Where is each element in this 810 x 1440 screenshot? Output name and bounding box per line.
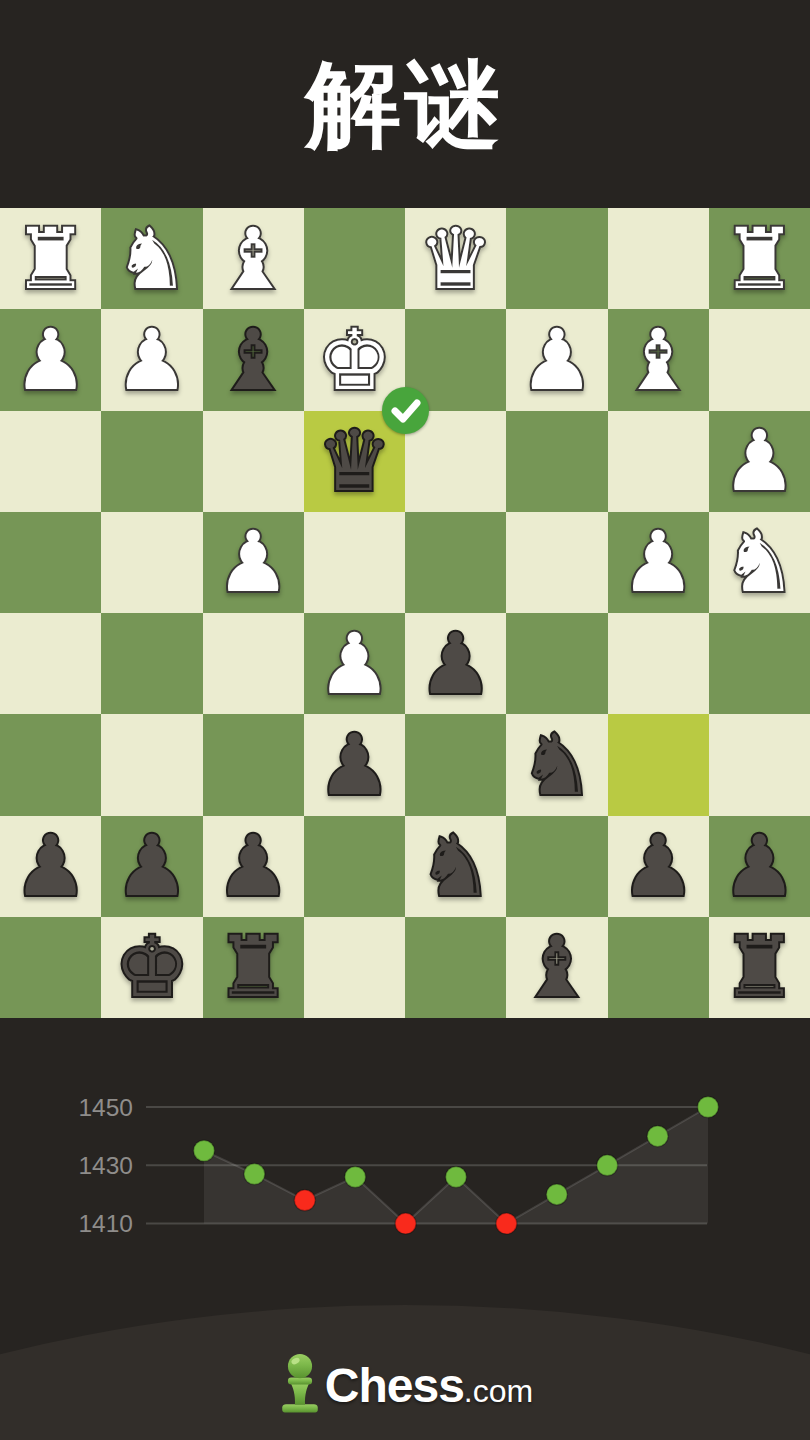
square-h5[interactable] [0, 613, 101, 714]
square-h4[interactable] [0, 512, 101, 613]
rating-dot-loss [496, 1213, 517, 1234]
square-a7[interactable]: ♟ [709, 816, 810, 917]
chesscom-logo: Chess.com [0, 1336, 810, 1426]
puzzle-rating-chart: 145014301410 [0, 1018, 810, 1308]
square-a1[interactable]: ♜ [709, 208, 810, 309]
square-b1[interactable] [608, 208, 709, 309]
rating-dot-loss [395, 1213, 416, 1234]
square-f1[interactable]: ♝ [203, 208, 304, 309]
chesscom-pawn-icon [277, 1349, 323, 1415]
square-c1[interactable] [506, 208, 607, 309]
square-b8[interactable] [608, 917, 709, 1018]
square-e5[interactable]: ♟ [304, 613, 405, 714]
square-e7[interactable] [304, 816, 405, 917]
square-h1[interactable]: ♜ [0, 208, 101, 309]
square-e1[interactable] [304, 208, 405, 309]
square-a2[interactable] [709, 309, 810, 410]
piece-white-pawn[interactable]: ♟ [506, 309, 607, 410]
square-h6[interactable] [0, 714, 101, 815]
square-b6[interactable] [608, 714, 709, 815]
square-f4[interactable]: ♟ [203, 512, 304, 613]
square-c2[interactable]: ♟ [506, 309, 607, 410]
brand-name: Chess [325, 1358, 464, 1413]
square-d7[interactable]: ♞ [405, 816, 506, 917]
square-a8[interactable]: ♜ [709, 917, 810, 1018]
square-h2[interactable]: ♟ [0, 309, 101, 410]
piece-white-knight[interactable]: ♞ [709, 512, 810, 613]
square-g4[interactable] [101, 512, 202, 613]
piece-black-pawn[interactable]: ♟ [405, 613, 506, 714]
square-f2[interactable]: ♝ [203, 309, 304, 410]
piece-black-pawn[interactable]: ♟ [203, 816, 304, 917]
square-f5[interactable] [203, 613, 304, 714]
piece-black-knight[interactable]: ♞ [506, 714, 607, 815]
square-b7[interactable]: ♟ [608, 816, 709, 917]
square-c7[interactable] [506, 816, 607, 917]
square-c8[interactable]: ♝ [506, 917, 607, 1018]
square-a4[interactable]: ♞ [709, 512, 810, 613]
rating-dot-win [647, 1126, 668, 1147]
square-f7[interactable]: ♟ [203, 816, 304, 917]
piece-white-pawn[interactable]: ♟ [203, 512, 304, 613]
rating-dot-win [244, 1164, 265, 1185]
rating-tick-label: 1410 [78, 1210, 133, 1237]
rating-dot-win [194, 1140, 215, 1161]
rating-tick-label: 1450 [78, 1094, 133, 1121]
square-b4[interactable]: ♟ [608, 512, 709, 613]
piece-black-knight[interactable]: ♞ [405, 816, 506, 917]
piece-white-pawn[interactable]: ♟ [101, 309, 202, 410]
correct-move-badge [382, 387, 429, 434]
square-f3[interactable] [203, 411, 304, 512]
rating-dot-win [446, 1166, 467, 1187]
square-c3[interactable] [506, 411, 607, 512]
piece-black-bishop[interactable]: ♝ [506, 917, 607, 1018]
square-b3[interactable] [608, 411, 709, 512]
square-c5[interactable] [506, 613, 607, 714]
square-h3[interactable] [0, 411, 101, 512]
square-d1[interactable]: ♛ [405, 208, 506, 309]
square-e8[interactable] [304, 917, 405, 1018]
rating-dot-win [597, 1155, 618, 1176]
piece-black-rook[interactable]: ♜ [203, 917, 304, 1018]
square-d6[interactable] [405, 714, 506, 815]
piece-black-pawn[interactable]: ♟ [608, 816, 709, 917]
rating-dot-loss [294, 1190, 315, 1211]
piece-black-rook[interactable]: ♜ [709, 917, 810, 1018]
piece-white-pawn[interactable]: ♟ [304, 613, 405, 714]
header: 解谜 [0, 0, 810, 208]
piece-black-king[interactable]: ♚ [101, 917, 202, 1018]
piece-black-bishop[interactable]: ♝ [203, 309, 304, 410]
square-g6[interactable] [101, 714, 202, 815]
square-g1[interactable]: ♞ [101, 208, 202, 309]
piece-black-pawn[interactable]: ♟ [0, 816, 101, 917]
rating-dot-win [345, 1166, 366, 1187]
square-a6[interactable] [709, 714, 810, 815]
square-c4[interactable] [506, 512, 607, 613]
square-e4[interactable] [304, 512, 405, 613]
square-g3[interactable] [101, 411, 202, 512]
piece-white-pawn[interactable]: ♟ [608, 512, 709, 613]
square-d8[interactable] [405, 917, 506, 1018]
square-d5[interactable]: ♟ [405, 613, 506, 714]
piece-white-bishop[interactable]: ♝ [203, 208, 304, 309]
piece-black-pawn[interactable]: ♟ [101, 816, 202, 917]
piece-white-bishop[interactable]: ♝ [608, 309, 709, 410]
square-a3[interactable]: ♟ [709, 411, 810, 512]
rating-dot-win [546, 1184, 567, 1205]
square-g2[interactable]: ♟ [101, 309, 202, 410]
square-g8[interactable]: ♚ [101, 917, 202, 1018]
square-f8[interactable]: ♜ [203, 917, 304, 1018]
square-b5[interactable] [608, 613, 709, 714]
piece-white-rook[interactable]: ♜ [0, 208, 101, 309]
piece-black-pawn[interactable]: ♟ [709, 816, 810, 917]
square-h7[interactable]: ♟ [0, 816, 101, 917]
square-h8[interactable] [0, 917, 101, 1018]
piece-white-queen[interactable]: ♛ [405, 208, 506, 309]
piece-white-pawn[interactable]: ♟ [709, 411, 810, 512]
brand-suffix: .com [464, 1373, 533, 1410]
rating-dot-win [698, 1097, 719, 1118]
square-a5[interactable] [709, 613, 810, 714]
puzzle-share-card: 解谜 ♜♞♝♛♜♟♟♝♚♟♝♛♟♟♟♞♟♟♟♞♟♟♟♞♟♟♚♜♝♜ 145014… [0, 0, 810, 1440]
stats-footer: 145014301410 Chess.com [0, 1018, 810, 1440]
page-title: 解谜 [306, 57, 504, 152]
square-f6[interactable] [203, 714, 304, 815]
checkmark-icon [382, 387, 429, 434]
square-g5[interactable] [101, 613, 202, 714]
chess-board[interactable]: ♜♞♝♛♜♟♟♝♚♟♝♛♟♟♟♞♟♟♟♞♟♟♟♞♟♟♚♜♝♜ [0, 208, 810, 1018]
piece-white-knight[interactable]: ♞ [101, 208, 202, 309]
square-b2[interactable]: ♝ [608, 309, 709, 410]
square-e6[interactable]: ♟ [304, 714, 405, 815]
rating-tick-label: 1430 [78, 1152, 133, 1179]
square-g7[interactable]: ♟ [101, 816, 202, 917]
piece-white-pawn[interactable]: ♟ [0, 309, 101, 410]
square-d4[interactable] [405, 512, 506, 613]
piece-white-rook[interactable]: ♜ [709, 208, 810, 309]
square-c6[interactable]: ♞ [506, 714, 607, 815]
piece-black-pawn[interactable]: ♟ [304, 714, 405, 815]
